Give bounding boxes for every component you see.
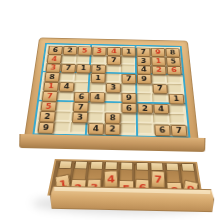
cell-r2c2[interactable]: [61, 55, 76, 63]
cell-r8c9[interactable]: [169, 114, 185, 124]
number-tile[interactable]: 8: [44, 72, 60, 82]
number-tile[interactable]: 2: [39, 111, 56, 122]
sudoku-grid: 6253417984731537154268179143776491576242…: [36, 45, 188, 136]
number-tile[interactable]: 1: [151, 57, 166, 66]
number-tile[interactable]: 6: [74, 92, 90, 102]
number-tile[interactable]: 1: [43, 82, 59, 92]
cell-r1c8[interactable]: 9: [150, 48, 164, 56]
number-tile[interactable]: 3: [72, 112, 88, 123]
cell-r8c5[interactable]: 8: [104, 112, 120, 122]
cell-r9c4[interactable]: 4: [87, 123, 103, 133]
number-tile[interactable]: 5: [166, 57, 181, 66]
board-field: 6253417984731537154268179143776491576242…: [32, 43, 190, 138]
cell-r6c5[interactable]: [105, 92, 120, 101]
upright-blank-tile: [166, 163, 180, 172]
cell-r3c2[interactable]: 7: [60, 63, 75, 72]
number-tile[interactable]: 4: [59, 82, 75, 92]
cell-r7c9[interactable]: [168, 104, 184, 114]
number-tile[interactable]: 6: [167, 66, 182, 75]
cell-r3c3[interactable]: 1: [75, 64, 90, 73]
cell-r4c8[interactable]: [151, 74, 166, 83]
board-tilt: 6253417984731537154268179143776491576242…: [23, 38, 199, 146]
cell-r8c8[interactable]: [153, 113, 169, 123]
number-tile[interactable]: 4: [88, 123, 104, 134]
photo-wrapper: 6253417984731537154268179143776491576242…: [0, 0, 220, 220]
cell-r7c3[interactable]: 7: [72, 102, 88, 112]
cell-r7c7[interactable]: 2: [137, 103, 152, 113]
cell-r6c4[interactable]: 4: [89, 92, 104, 101]
number-tile[interactable]: 7: [42, 91, 58, 101]
cell-r7c8[interactable]: 4: [152, 103, 168, 113]
cell-r9c8[interactable]: 6: [153, 124, 169, 134]
cell-r9c1[interactable]: 9: [37, 122, 54, 132]
cell-r2c4[interactable]: [91, 55, 105, 63]
upright-blank-tile: [120, 162, 133, 171]
cell-r8c4[interactable]: [88, 112, 104, 122]
cell-r4c9[interactable]: [166, 75, 181, 84]
cell-r6c2[interactable]: [57, 91, 73, 100]
cell-r4c2[interactable]: [59, 72, 74, 81]
cell-r1c6[interactable]: 1: [121, 47, 135, 55]
cell-r1c2[interactable]: 2: [62, 46, 77, 54]
cell-r5c6[interactable]: [121, 83, 136, 92]
number-tile[interactable]: 8: [166, 48, 181, 57]
number-tile[interactable]: 7: [73, 102, 89, 113]
number-tile[interactable]: 7: [107, 56, 121, 65]
number-tile[interactable]: 7: [136, 48, 150, 57]
cell-r8c2[interactable]: [55, 111, 71, 121]
cell-r4c5[interactable]: [105, 73, 120, 82]
cell-r5c5[interactable]: 3: [105, 83, 120, 92]
number-tile[interactable]: 2: [63, 46, 78, 55]
cell-r9c5[interactable]: 2: [104, 123, 120, 133]
number-tile[interactable]: 7: [122, 74, 137, 84]
cell-r6c3[interactable]: 6: [73, 92, 89, 101]
cell-r1c9[interactable]: 8: [165, 48, 179, 56]
cell-r2c1[interactable]: 4: [46, 54, 61, 62]
number-tile[interactable]: 6: [48, 46, 63, 55]
number-tile[interactable]: 4: [47, 55, 62, 64]
upright-blank-tile: [59, 161, 73, 169]
board-front-edge: [19, 134, 205, 152]
number-tile[interactable]: 9: [151, 48, 165, 57]
cell-r9c9[interactable]: 7: [170, 124, 186, 134]
cell-r2c7[interactable]: 3: [136, 56, 150, 64]
cell-r8c6[interactable]: [120, 113, 135, 123]
number-tile[interactable]: 8: [105, 113, 121, 124]
upright-blank-tile: [181, 163, 195, 172]
cell-r1c1[interactable]: 6: [47, 46, 62, 54]
cell-r1c3[interactable]: 5: [77, 46, 91, 54]
cell-r3c9[interactable]: 6: [166, 65, 181, 74]
cell-r7c1[interactable]: 5: [40, 101, 56, 111]
cell-r9c6[interactable]: [120, 123, 136, 133]
number-tile[interactable]: 2: [137, 103, 153, 114]
cell-r7c6[interactable]: 6: [121, 103, 136, 113]
number-tile[interactable]: 5: [40, 101, 56, 112]
number-tile[interactable]: 9: [137, 74, 152, 84]
number-tile[interactable]: 6: [121, 103, 136, 114]
cell-r5c8[interactable]: 7: [152, 84, 167, 93]
number-tile[interactable]: 7: [153, 84, 168, 94]
cell-r7c2[interactable]: [56, 101, 72, 111]
cell-r2c9[interactable]: 5: [165, 57, 180, 65]
cell-r6c1[interactable]: 7: [41, 91, 57, 100]
cell-r3c4[interactable]: 5: [90, 64, 105, 73]
cell-r5c2[interactable]: 4: [58, 82, 74, 91]
cell-r7c4[interactable]: [88, 102, 104, 112]
cell-r9c7[interactable]: [137, 124, 153, 134]
cell-r3c1[interactable]: 3: [45, 63, 60, 72]
cell-r5c7[interactable]: [136, 83, 151, 92]
cell-r4c6[interactable]: 7: [121, 74, 136, 83]
cell-r2c6[interactable]: [121, 56, 135, 64]
cell-r5c1[interactable]: 1: [42, 81, 58, 90]
number-tile[interactable]: 5: [77, 47, 91, 56]
number-tile[interactable]: 7: [61, 64, 76, 73]
number-tile[interactable]: 5: [91, 64, 106, 73]
upright-blank-tile: [89, 161, 103, 170]
cell-r5c4[interactable]: [89, 82, 104, 91]
cell-r6c8[interactable]: [152, 93, 167, 102]
number-tile[interactable]: 6: [154, 124, 170, 135]
number-tile[interactable]: 9: [121, 93, 136, 103]
cell-r8c7[interactable]: [137, 113, 153, 123]
drawer-tile-7[interactable]: 7: [150, 170, 165, 188]
number-tile[interactable]: 7: [171, 125, 188, 136]
number-tile[interactable]: 1: [76, 64, 91, 73]
cell-r1c5[interactable]: 4: [106, 47, 120, 55]
number-tile[interactable]: 3: [46, 63, 61, 72]
number-tile[interactable]: 1: [91, 73, 106, 83]
cell-r4c7[interactable]: 9: [136, 74, 151, 83]
upright-blank-tile: [74, 161, 88, 170]
number-tile[interactable]: 2: [152, 66, 167, 75]
number-tile[interactable]: 4: [90, 92, 105, 102]
cell-r8c1[interactable]: 2: [38, 111, 55, 121]
cell-r2c5[interactable]: 7: [106, 55, 120, 63]
cell-r3c7[interactable]: 4: [136, 65, 150, 74]
upright-blank-tile: [105, 161, 119, 170]
number-tile[interactable]: 9: [38, 122, 55, 133]
cell-r1c7[interactable]: 7: [136, 48, 150, 56]
upright-blank-tile: [135, 162, 148, 171]
number-tile[interactable]: 3: [92, 47, 106, 56]
cell-r5c9[interactable]: [167, 84, 182, 93]
number-tile[interactable]: 1: [169, 94, 185, 104]
number-tile[interactable]: 2: [105, 123, 121, 134]
drawer-tile-4[interactable]: 4: [103, 170, 118, 187]
number-tile[interactable]: 4: [137, 65, 152, 74]
number-tile[interactable]: 3: [137, 56, 151, 65]
cell-r7c5[interactable]: [104, 102, 119, 112]
number-tile[interactable]: 3: [106, 83, 121, 93]
number-tile[interactable]: 4: [153, 104, 169, 115]
cell-r3c8[interactable]: 2: [151, 65, 166, 74]
cell-r4c1[interactable]: 8: [44, 72, 59, 81]
cell-r1c4[interactable]: 3: [91, 47, 105, 55]
cell-r9c2[interactable]: [53, 122, 70, 132]
product-photo: 6253417984731537154268179143776491576242…: [0, 0, 220, 220]
cell-r2c8[interactable]: 1: [150, 56, 164, 64]
number-tile[interactable]: 1: [122, 48, 136, 57]
cell-r6c9[interactable]: 1: [168, 94, 184, 103]
cell-r6c6[interactable]: 9: [121, 93, 136, 102]
cell-r4c4[interactable]: 1: [90, 73, 105, 82]
cell-r6c7[interactable]: [136, 93, 151, 102]
sudoku-board: 6253417984731537154268179143776491576242…: [23, 6, 202, 146]
number-tile[interactable]: 4: [107, 47, 121, 56]
cell-r8c3[interactable]: 3: [71, 112, 87, 122]
drawer-front-handle[interactable]: [50, 186, 214, 212]
